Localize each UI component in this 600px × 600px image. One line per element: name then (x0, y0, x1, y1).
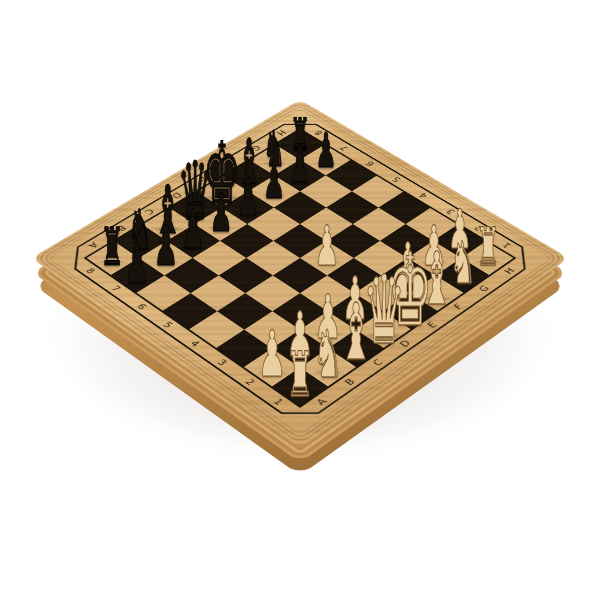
piece-black-rook-a8[interactable]: ♜ (100, 221, 124, 274)
piece-white-pawn-e4[interactable]: ♟ (314, 219, 339, 274)
chess-set-photo: 8877665544332211HHGGFFEEDDCCBBAA ♜♞♝♛♚♝♞… (0, 0, 600, 600)
piece-black-pawn-a7[interactable]: ♟ (125, 236, 150, 293)
piece-white-rook-h1[interactable]: ♜ (476, 221, 500, 274)
piece-black-pawn-f7[interactable]: ♟ (263, 156, 286, 206)
piece-white-bishop-c1[interactable]: ♝ (339, 294, 374, 372)
piece-white-knight-b1[interactable]: ♞ (314, 321, 344, 387)
piece-black-pawn-h7[interactable]: ♟ (315, 126, 337, 174)
piece-white-pawn-a2[interactable]: ♟ (257, 323, 286, 387)
piece-black-pawn-d7[interactable]: ♟ (209, 187, 233, 240)
piece-black-pawn-c7[interactable]: ♟ (181, 203, 205, 257)
piece-black-pawn-e7[interactable]: ♟ (236, 171, 259, 223)
piece-black-pawn-b7[interactable]: ♟ (153, 219, 178, 274)
piece-white-rook-a1[interactable]: ♜ (286, 344, 314, 406)
piece-white-knight-g1[interactable]: ♞ (450, 234, 476, 293)
piece-black-pawn-g7[interactable]: ♟ (289, 141, 311, 190)
